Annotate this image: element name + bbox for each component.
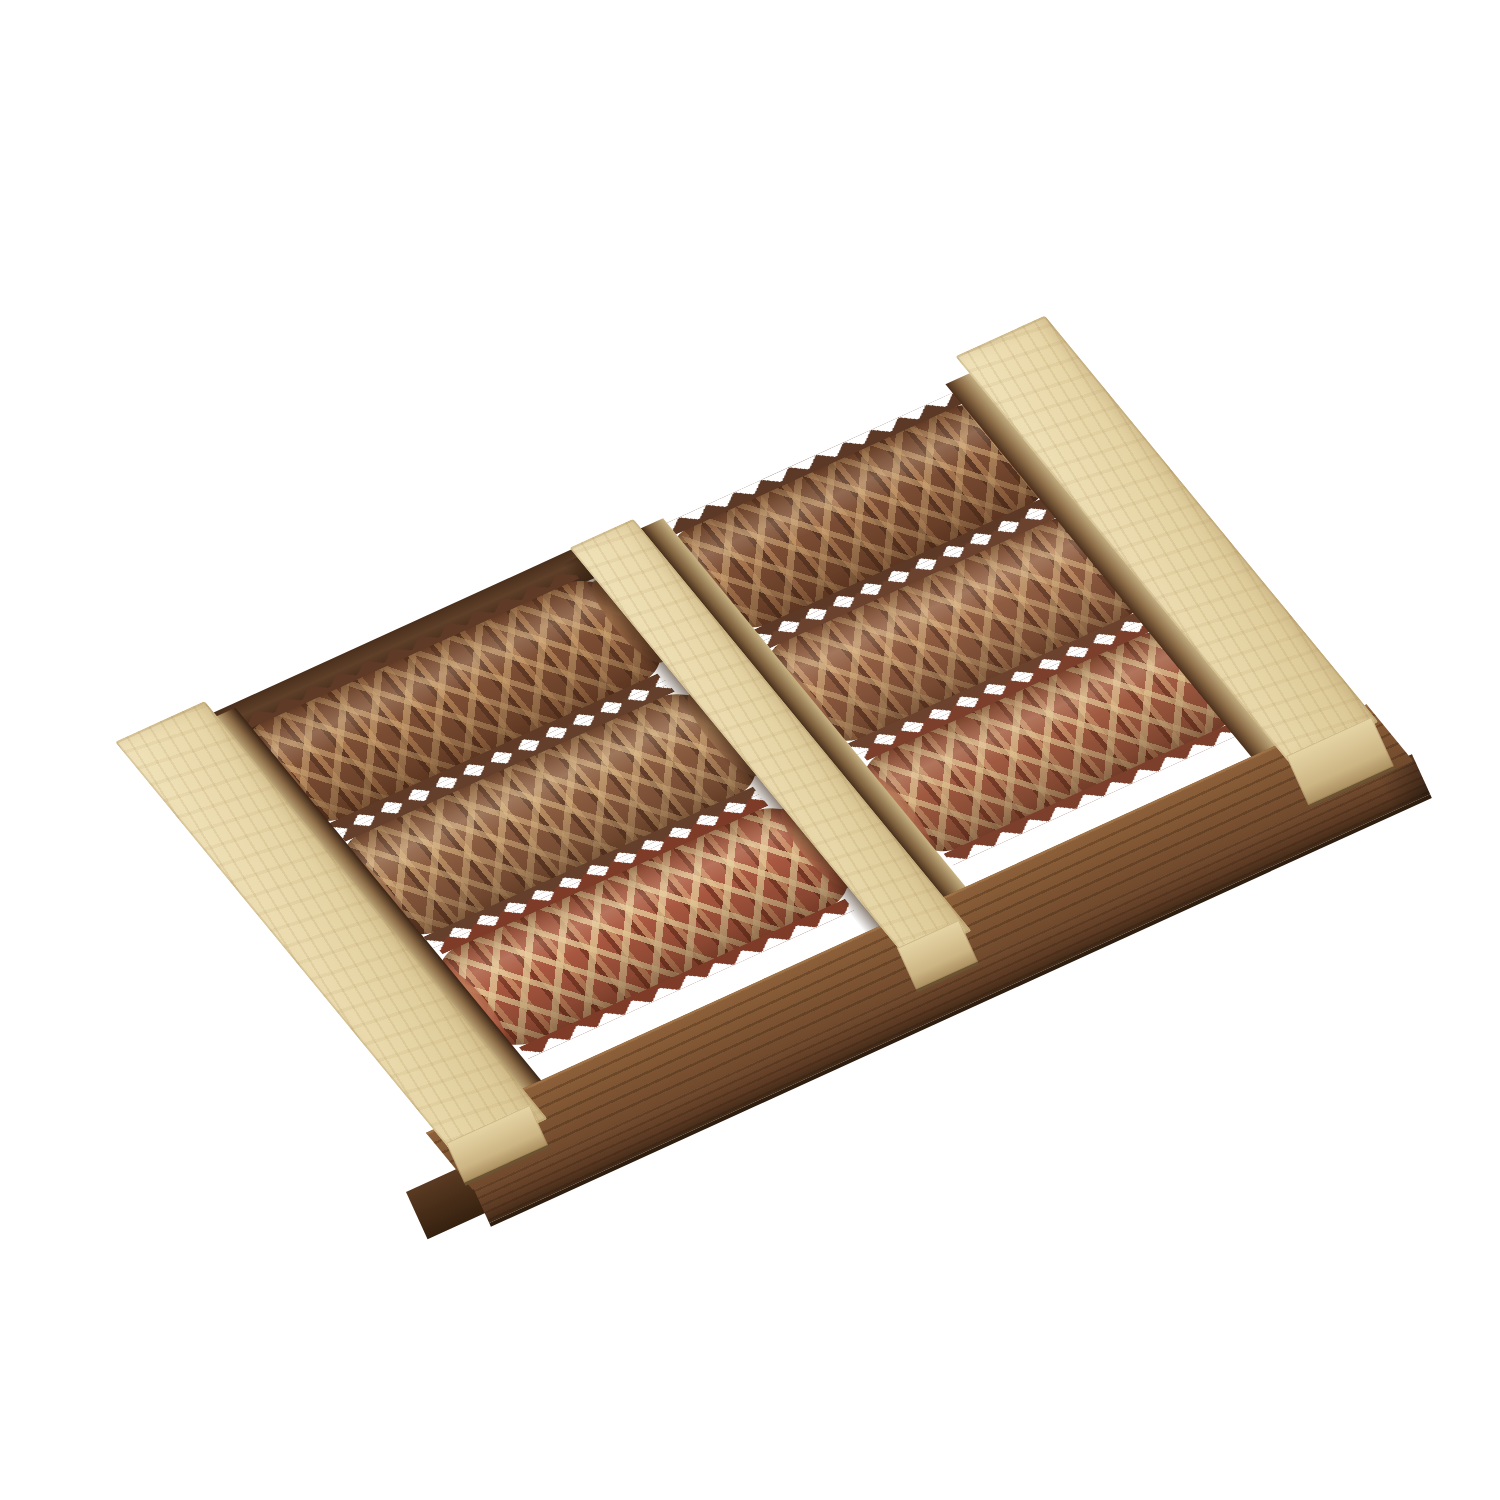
- massager-top-plane: [135, 330, 1426, 1198]
- product-photo: Handcrafted wooden foot massager with si…: [40, 16, 1500, 1500]
